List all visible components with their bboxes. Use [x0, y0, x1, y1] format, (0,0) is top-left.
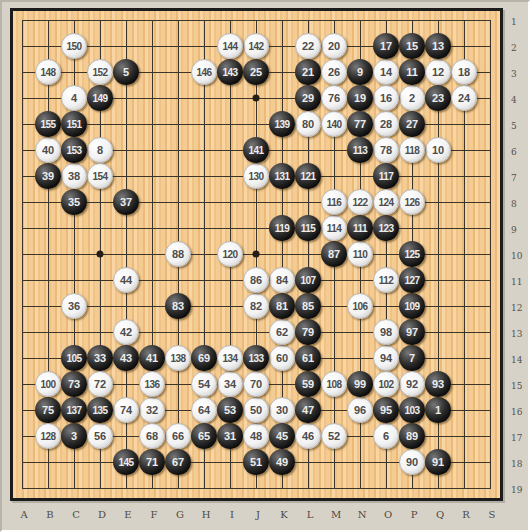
black-stone-19: 19 — [347, 85, 373, 111]
black-stone-23: 23 — [425, 85, 451, 111]
white-stone-124: 124 — [373, 189, 399, 215]
star-point — [97, 251, 104, 258]
white-stone-68: 68 — [139, 423, 165, 449]
white-stone-12: 12 — [425, 59, 451, 85]
black-stone-75: 75 — [35, 397, 61, 423]
row-label-12: 12 — [511, 303, 522, 313]
black-stone-133: 133 — [243, 345, 269, 371]
white-stone-4: 4 — [61, 85, 87, 111]
black-stone-21: 21 — [295, 59, 321, 85]
row-label-5: 5 — [511, 121, 517, 131]
column-label-H: H — [202, 509, 211, 520]
go-board[interactable]: 1234567891011121314151617181920212223242… — [10, 8, 503, 501]
white-stone-70: 70 — [243, 371, 269, 397]
black-stone-125: 125 — [399, 241, 425, 267]
black-stone-119: 119 — [269, 215, 295, 241]
star-point — [253, 251, 260, 258]
white-stone-100: 100 — [35, 371, 61, 397]
white-stone-10: 10 — [425, 137, 451, 163]
white-stone-2: 2 — [399, 85, 425, 111]
column-label-L: L — [307, 509, 314, 520]
white-stone-154: 154 — [87, 163, 113, 189]
column-label-A: A — [20, 509, 27, 520]
white-stone-46: 46 — [295, 423, 321, 449]
black-stone-31: 31 — [217, 423, 243, 449]
black-stone-99: 99 — [347, 371, 373, 397]
column-label-K: K — [280, 509, 287, 520]
white-stone-150: 150 — [61, 33, 87, 59]
black-stone-7: 7 — [399, 345, 425, 371]
black-stone-151: 151 — [61, 111, 87, 137]
black-stone-115: 115 — [295, 215, 321, 241]
white-stone-34: 34 — [217, 371, 243, 397]
white-stone-16: 16 — [373, 85, 399, 111]
black-stone-87: 87 — [321, 241, 347, 267]
white-stone-88: 88 — [165, 241, 191, 267]
black-stone-59: 59 — [295, 371, 321, 397]
black-stone-95: 95 — [373, 397, 399, 423]
white-stone-26: 26 — [321, 59, 347, 85]
white-stone-64: 64 — [191, 397, 217, 423]
black-stone-25: 25 — [243, 59, 269, 85]
white-stone-118: 118 — [399, 137, 425, 163]
white-stone-74: 74 — [113, 397, 139, 423]
black-stone-145: 145 — [113, 449, 139, 475]
black-stone-105: 105 — [61, 345, 87, 371]
white-stone-110: 110 — [347, 241, 373, 267]
black-stone-89: 89 — [399, 423, 425, 449]
white-stone-114: 114 — [321, 215, 347, 241]
black-stone-47: 47 — [295, 397, 321, 423]
column-label-E: E — [124, 509, 131, 520]
white-stone-144: 144 — [217, 33, 243, 59]
black-stone-117: 117 — [373, 163, 399, 189]
column-label-G: G — [176, 509, 184, 520]
row-label-13: 13 — [511, 329, 522, 339]
black-stone-1: 1 — [425, 397, 451, 423]
white-stone-60: 60 — [269, 345, 295, 371]
column-label-C: C — [72, 509, 80, 520]
white-stone-82: 82 — [243, 293, 269, 319]
black-stone-45: 45 — [269, 423, 295, 449]
white-stone-56: 56 — [87, 423, 113, 449]
white-stone-94: 94 — [373, 345, 399, 371]
white-stone-42: 42 — [113, 319, 139, 345]
black-stone-137: 137 — [61, 397, 87, 423]
black-stone-71: 71 — [139, 449, 165, 475]
white-stone-98: 98 — [373, 319, 399, 345]
column-label-D: D — [98, 509, 106, 520]
column-label-M: M — [331, 509, 341, 520]
white-stone-6: 6 — [373, 423, 399, 449]
black-stone-91: 91 — [425, 449, 451, 475]
white-stone-78: 78 — [373, 137, 399, 163]
row-label-6: 6 — [511, 147, 517, 157]
white-stone-18: 18 — [451, 59, 477, 85]
black-stone-29: 29 — [295, 85, 321, 111]
column-label-O: O — [384, 509, 392, 520]
black-stone-35: 35 — [61, 189, 87, 215]
white-stone-84: 84 — [269, 267, 295, 293]
row-label-3: 3 — [511, 69, 517, 79]
column-label-S: S — [489, 509, 496, 520]
black-stone-41: 41 — [139, 345, 165, 371]
white-stone-44: 44 — [113, 267, 139, 293]
white-stone-152: 152 — [87, 59, 113, 85]
white-stone-106: 106 — [347, 293, 373, 319]
white-stone-72: 72 — [87, 371, 113, 397]
white-stone-108: 108 — [321, 371, 347, 397]
white-stone-28: 28 — [373, 111, 399, 137]
column-label-Q: Q — [436, 509, 444, 520]
black-stone-15: 15 — [399, 33, 425, 59]
row-label-10: 10 — [511, 251, 522, 261]
column-label-J: J — [256, 509, 260, 520]
white-stone-54: 54 — [191, 371, 217, 397]
white-stone-102: 102 — [373, 371, 399, 397]
white-stone-22: 22 — [295, 33, 321, 59]
white-stone-38: 38 — [61, 163, 87, 189]
black-stone-121: 121 — [295, 163, 321, 189]
black-stone-103: 103 — [399, 397, 425, 423]
black-stone-139: 139 — [269, 111, 295, 137]
black-stone-43: 43 — [113, 345, 139, 371]
white-stone-48: 48 — [243, 423, 269, 449]
black-stone-65: 65 — [191, 423, 217, 449]
white-stone-112: 112 — [373, 267, 399, 293]
white-stone-122: 122 — [347, 189, 373, 215]
white-stone-40: 40 — [35, 137, 61, 163]
white-stone-126: 126 — [399, 189, 425, 215]
black-stone-111: 111 — [347, 215, 373, 241]
column-label-B: B — [46, 509, 53, 520]
black-stone-85: 85 — [295, 293, 321, 319]
black-stone-153: 153 — [61, 137, 87, 163]
row-label-8: 8 — [511, 199, 517, 209]
black-stone-17: 17 — [373, 33, 399, 59]
black-stone-109: 109 — [399, 293, 425, 319]
white-stone-140: 140 — [321, 111, 347, 137]
row-label-19: 19 — [511, 485, 522, 495]
row-label-17: 17 — [511, 433, 522, 443]
white-stone-24: 24 — [451, 85, 477, 111]
white-stone-86: 86 — [243, 267, 269, 293]
column-label-I: I — [230, 509, 234, 520]
row-label-15: 15 — [511, 381, 522, 391]
white-stone-138: 138 — [165, 345, 191, 371]
row-label-4: 4 — [511, 95, 517, 105]
black-stone-69: 69 — [191, 345, 217, 371]
row-label-16: 16 — [511, 407, 522, 417]
black-stone-113: 113 — [347, 137, 373, 163]
black-stone-5: 5 — [113, 59, 139, 85]
white-stone-136: 136 — [139, 371, 165, 397]
black-stone-53: 53 — [217, 397, 243, 423]
black-stone-13: 13 — [425, 33, 451, 59]
white-stone-8: 8 — [87, 137, 113, 163]
black-stone-135: 135 — [87, 397, 113, 423]
black-stone-77: 77 — [347, 111, 373, 137]
white-stone-142: 142 — [243, 33, 269, 59]
black-stone-131: 131 — [269, 163, 295, 189]
white-stone-116: 116 — [321, 189, 347, 215]
black-stone-49: 49 — [269, 449, 295, 475]
column-label-N: N — [358, 509, 367, 520]
white-stone-80: 80 — [295, 111, 321, 137]
black-stone-107: 107 — [295, 267, 321, 293]
black-stone-155: 155 — [35, 111, 61, 137]
row-label-2: 2 — [511, 43, 517, 53]
row-label-7: 7 — [511, 173, 517, 183]
go-board-grid[interactable]: 1234567891011121314151617181920212223242… — [22, 20, 491, 489]
black-stone-37: 37 — [113, 189, 139, 215]
row-label-1: 1 — [511, 17, 517, 27]
column-label-P: P — [411, 509, 418, 520]
black-stone-97: 97 — [399, 319, 425, 345]
black-stone-27: 27 — [399, 111, 425, 137]
white-stone-32: 32 — [139, 397, 165, 423]
white-stone-146: 146 — [191, 59, 217, 85]
black-stone-143: 143 — [217, 59, 243, 85]
white-stone-66: 66 — [165, 423, 191, 449]
white-stone-130: 130 — [243, 163, 269, 189]
white-stone-92: 92 — [399, 371, 425, 397]
black-stone-67: 67 — [165, 449, 191, 475]
column-label-F: F — [151, 509, 158, 520]
black-stone-9: 9 — [347, 59, 373, 85]
white-stone-14: 14 — [373, 59, 399, 85]
white-stone-134: 134 — [217, 345, 243, 371]
white-stone-62: 62 — [269, 319, 295, 345]
black-stone-61: 61 — [295, 345, 321, 371]
row-label-18: 18 — [511, 459, 522, 469]
black-stone-83: 83 — [165, 293, 191, 319]
black-stone-141: 141 — [243, 137, 269, 163]
black-stone-11: 11 — [399, 59, 425, 85]
white-stone-120: 120 — [217, 241, 243, 267]
black-stone-149: 149 — [87, 85, 113, 111]
white-stone-90: 90 — [399, 449, 425, 475]
white-stone-52: 52 — [321, 423, 347, 449]
white-stone-96: 96 — [347, 397, 373, 423]
black-stone-3: 3 — [61, 423, 87, 449]
white-stone-50: 50 — [243, 397, 269, 423]
black-stone-51: 51 — [243, 449, 269, 475]
black-stone-33: 33 — [87, 345, 113, 371]
white-stone-20: 20 — [321, 33, 347, 59]
white-stone-128: 128 — [35, 423, 61, 449]
row-label-11: 11 — [511, 277, 522, 287]
go-game-record-window: 1234567891011121314151617181920212223242… — [0, 0, 530, 532]
white-stone-148: 148 — [35, 59, 61, 85]
black-stone-123: 123 — [373, 215, 399, 241]
star-point — [253, 95, 260, 102]
row-label-14: 14 — [511, 355, 522, 365]
black-stone-39: 39 — [35, 163, 61, 189]
black-stone-79: 79 — [295, 319, 321, 345]
black-stone-93: 93 — [425, 371, 451, 397]
row-label-9: 9 — [511, 225, 517, 235]
black-stone-73: 73 — [61, 371, 87, 397]
column-label-R: R — [462, 509, 470, 520]
white-stone-30: 30 — [269, 397, 295, 423]
black-stone-81: 81 — [269, 293, 295, 319]
black-stone-127: 127 — [399, 267, 425, 293]
white-stone-76: 76 — [321, 85, 347, 111]
white-stone-36: 36 — [61, 293, 87, 319]
